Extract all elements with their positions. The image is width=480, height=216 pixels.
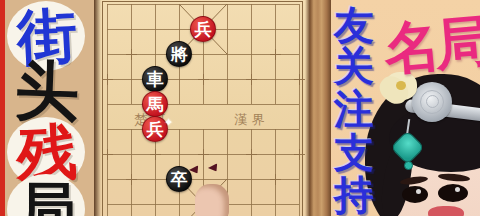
xiangqi-board[interactable]: 楚河漢界兵將車馬兵卒✦ [94, 0, 310, 216]
point-marker [198, 149, 209, 160]
board-left-edge [94, 0, 101, 216]
right-banner-char: 关 [330, 46, 378, 86]
right-banner-char: 友 [330, 5, 378, 45]
grid-line [131, 129, 132, 216]
piece-black-d7[interactable]: 卒 [166, 166, 192, 192]
point-marker [102, 149, 113, 160]
left-banner-char-slot: 局 [0, 176, 94, 216]
point-marker [246, 74, 257, 85]
piece-black-c3[interactable]: 車 [142, 66, 168, 92]
grid-line [275, 129, 276, 216]
point-marker [126, 49, 137, 60]
right-banner-char: 注 [330, 89, 378, 129]
piece-red-c4[interactable]: 馬 [142, 91, 168, 117]
right-banner-char: 支 [330, 132, 378, 172]
headline-text: 名局 [382, 10, 480, 77]
point-marker [270, 174, 281, 185]
sparkle-icon: ✦ [164, 116, 173, 129]
girl-eye [438, 184, 468, 202]
river-text-right: 漢界 [234, 111, 304, 129]
thumbnail-stage: 街头残局 楚河漢界兵將車馬兵卒✦ 名局 友关注支持 [0, 0, 480, 216]
right-banner-char: 持 [330, 175, 378, 215]
point-marker [294, 149, 305, 160]
right-panel: 名局 友关注支持 [310, 0, 480, 216]
teal-pendant-drop [404, 161, 413, 170]
grid-line [251, 129, 252, 216]
grid-line [299, 4, 300, 216]
point-marker [102, 74, 113, 85]
silver-rose-ornament [412, 82, 452, 122]
grid-line [107, 104, 299, 105]
piece-glyph: 兵 [195, 21, 212, 38]
left-banner: 街头残局 [0, 0, 94, 216]
piece-red-e1[interactable]: 兵 [190, 16, 216, 42]
point-marker [246, 149, 257, 160]
grid-line [227, 4, 228, 104]
piece-glyph: 卒 [171, 171, 188, 188]
board-side-rail [310, 0, 331, 216]
grid-line [251, 4, 252, 104]
grid-line [107, 4, 108, 216]
left-banner-char: 局 [18, 180, 76, 216]
grid-line [155, 129, 156, 216]
point-marker [294, 74, 305, 85]
piece-glyph: 馬 [147, 96, 164, 113]
girl-eye [402, 186, 428, 203]
point-marker [126, 174, 137, 185]
point-marker [150, 149, 161, 160]
point-marker [270, 49, 281, 60]
finger-overlay [195, 184, 229, 216]
piece-glyph: 車 [147, 71, 164, 88]
piece-glyph: 將 [171, 46, 188, 63]
girl-lips [428, 206, 464, 216]
piece-glyph: 兵 [147, 121, 164, 138]
left-banner-char: 头 [14, 58, 80, 124]
point-marker [198, 74, 209, 85]
piece-black-d2[interactable]: 將 [166, 41, 192, 67]
